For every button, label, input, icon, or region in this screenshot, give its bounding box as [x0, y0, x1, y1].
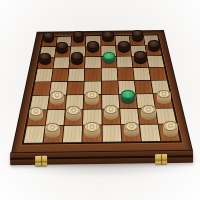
square-f7[interactable] [116, 46, 131, 56]
square-c3[interactable] [66, 95, 84, 109]
square-c5[interactable] [68, 69, 84, 81]
square-e6[interactable] [101, 57, 116, 68]
square-d8[interactable] [86, 36, 100, 46]
checkers-board-photo [0, 0, 200, 200]
square-h2[interactable] [156, 108, 176, 123]
square-e8[interactable] [101, 36, 115, 46]
square-c4[interactable] [67, 81, 84, 94]
square-h4[interactable] [151, 80, 169, 93]
square-g4[interactable] [135, 80, 153, 93]
brass-hinge-right [155, 154, 167, 164]
square-b4[interactable] [50, 82, 67, 95]
square-h5[interactable] [149, 68, 167, 80]
square-f4[interactable] [118, 81, 135, 94]
brass-hinge-left [35, 156, 47, 166]
square-d2[interactable] [83, 109, 101, 124]
square-g5[interactable] [133, 68, 150, 80]
square-a4[interactable] [33, 82, 51, 95]
square-a1[interactable] [24, 126, 45, 143]
square-e4[interactable] [101, 81, 118, 94]
square-h8[interactable] [144, 35, 160, 45]
square-e1[interactable] [102, 125, 121, 142]
square-c8[interactable] [71, 36, 85, 46]
square-e2[interactable] [102, 109, 120, 124]
square-d5[interactable] [85, 69, 101, 81]
square-f2[interactable] [120, 109, 139, 124]
square-c1[interactable] [63, 125, 82, 142]
square-g3[interactable] [136, 94, 155, 108]
board-frame [11, 30, 193, 153]
square-a7[interactable] [40, 47, 56, 57]
square-a2[interactable] [27, 110, 47, 125]
square-b1[interactable] [44, 126, 64, 143]
square-a5[interactable] [35, 69, 52, 81]
square-a8[interactable] [42, 37, 57, 47]
square-h3[interactable] [153, 94, 172, 108]
square-g2[interactable] [138, 108, 158, 123]
square-b3[interactable] [48, 95, 66, 109]
square-h7[interactable] [145, 45, 161, 55]
square-c6[interactable] [69, 57, 85, 68]
square-f5[interactable] [117, 68, 133, 80]
square-b6[interactable] [54, 57, 70, 68]
square-a3[interactable] [30, 95, 49, 109]
square-g6[interactable] [132, 56, 148, 67]
square-c7[interactable] [70, 46, 85, 56]
square-d3[interactable] [84, 95, 101, 109]
square-d1[interactable] [83, 125, 102, 142]
square-h6[interactable] [147, 56, 164, 67]
square-d4[interactable] [84, 81, 100, 94]
square-f3[interactable] [119, 94, 137, 108]
square-g7[interactable] [131, 46, 147, 56]
square-b7[interactable] [55, 47, 70, 57]
square-e5[interactable] [101, 68, 117, 80]
square-e3[interactable] [102, 94, 119, 108]
square-c2[interactable] [65, 109, 83, 124]
square-d6[interactable] [85, 57, 100, 68]
square-e7[interactable] [101, 46, 116, 56]
square-f1[interactable] [121, 125, 141, 142]
square-b8[interactable] [57, 37, 72, 47]
square-g1[interactable] [140, 124, 161, 141]
board-grid [23, 35, 181, 144]
square-b2[interactable] [46, 110, 65, 125]
square-f8[interactable] [115, 36, 130, 46]
square-d7[interactable] [86, 46, 101, 56]
square-h1[interactable] [158, 124, 179, 141]
square-g8[interactable] [129, 36, 144, 46]
square-f6[interactable] [116, 57, 132, 68]
square-a6[interactable] [38, 58, 55, 69]
square-b5[interactable] [52, 69, 69, 81]
